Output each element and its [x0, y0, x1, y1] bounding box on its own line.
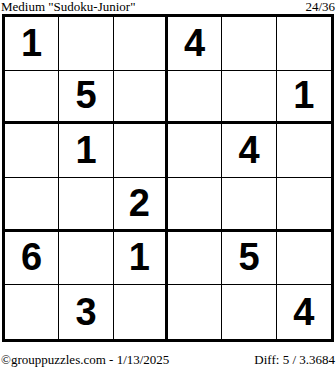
- cell-r2c3[interactable]: [114, 71, 168, 125]
- cell-r5c4[interactable]: [168, 232, 222, 286]
- cell-r6c1[interactable]: [5, 285, 59, 339]
- cell-r2c4[interactable]: [168, 71, 222, 125]
- cell-r3c6[interactable]: [277, 124, 331, 178]
- cell-r2c1[interactable]: [5, 71, 59, 125]
- cell-r4c5[interactable]: [222, 178, 276, 232]
- page-header: Medium "Sudoku-Junior" 24/36: [0, 0, 336, 14]
- puzzle-page: Medium "Sudoku-Junior" 24/36 14511426153…: [0, 0, 336, 370]
- cell-r2c6: 1: [277, 71, 331, 125]
- cell-r1c3[interactable]: [114, 17, 168, 71]
- cell-r3c4[interactable]: [168, 124, 222, 178]
- cell-r1c5[interactable]: [222, 17, 276, 71]
- copyright-text: ©grouppuzzles.com - 1/13/2025: [0, 352, 169, 368]
- sudoku-board: 145114261534: [2, 14, 334, 342]
- cell-r3c5: 4: [222, 124, 276, 178]
- cell-r4c6[interactable]: [277, 178, 331, 232]
- cell-r1c6[interactable]: [277, 17, 331, 71]
- cell-r2c2: 5: [59, 71, 113, 125]
- cell-r5c6[interactable]: [277, 232, 331, 286]
- cell-r4c1[interactable]: [5, 178, 59, 232]
- page-footer: ©grouppuzzles.com - 1/13/2025 Diff: 5 / …: [0, 350, 336, 370]
- cell-r6c6: 4: [277, 285, 331, 339]
- cell-r1c1: 1: [5, 17, 59, 71]
- cell-r3c1[interactable]: [5, 124, 59, 178]
- cell-r6c5[interactable]: [222, 285, 276, 339]
- cell-r6c3[interactable]: [114, 285, 168, 339]
- cell-r5c5: 5: [222, 232, 276, 286]
- cell-r6c4[interactable]: [168, 285, 222, 339]
- cell-r4c3: 2: [114, 178, 168, 232]
- cell-r5c1: 6: [5, 232, 59, 286]
- cell-r2c5[interactable]: [222, 71, 276, 125]
- puzzle-title: Medium "Sudoku-Junior": [0, 0, 135, 14]
- cell-r5c3: 1: [114, 232, 168, 286]
- progress-counter: 24/36: [305, 0, 336, 14]
- difficulty-text: Diff: 5 / 3.3684: [254, 352, 336, 368]
- cell-r1c4: 4: [168, 17, 222, 71]
- cell-r4c4[interactable]: [168, 178, 222, 232]
- cell-r3c2: 1: [59, 124, 113, 178]
- cell-r1c2[interactable]: [59, 17, 113, 71]
- cell-r3c3[interactable]: [114, 124, 168, 178]
- cell-r6c2: 3: [59, 285, 113, 339]
- cell-r4c2[interactable]: [59, 178, 113, 232]
- cell-r5c2[interactable]: [59, 232, 113, 286]
